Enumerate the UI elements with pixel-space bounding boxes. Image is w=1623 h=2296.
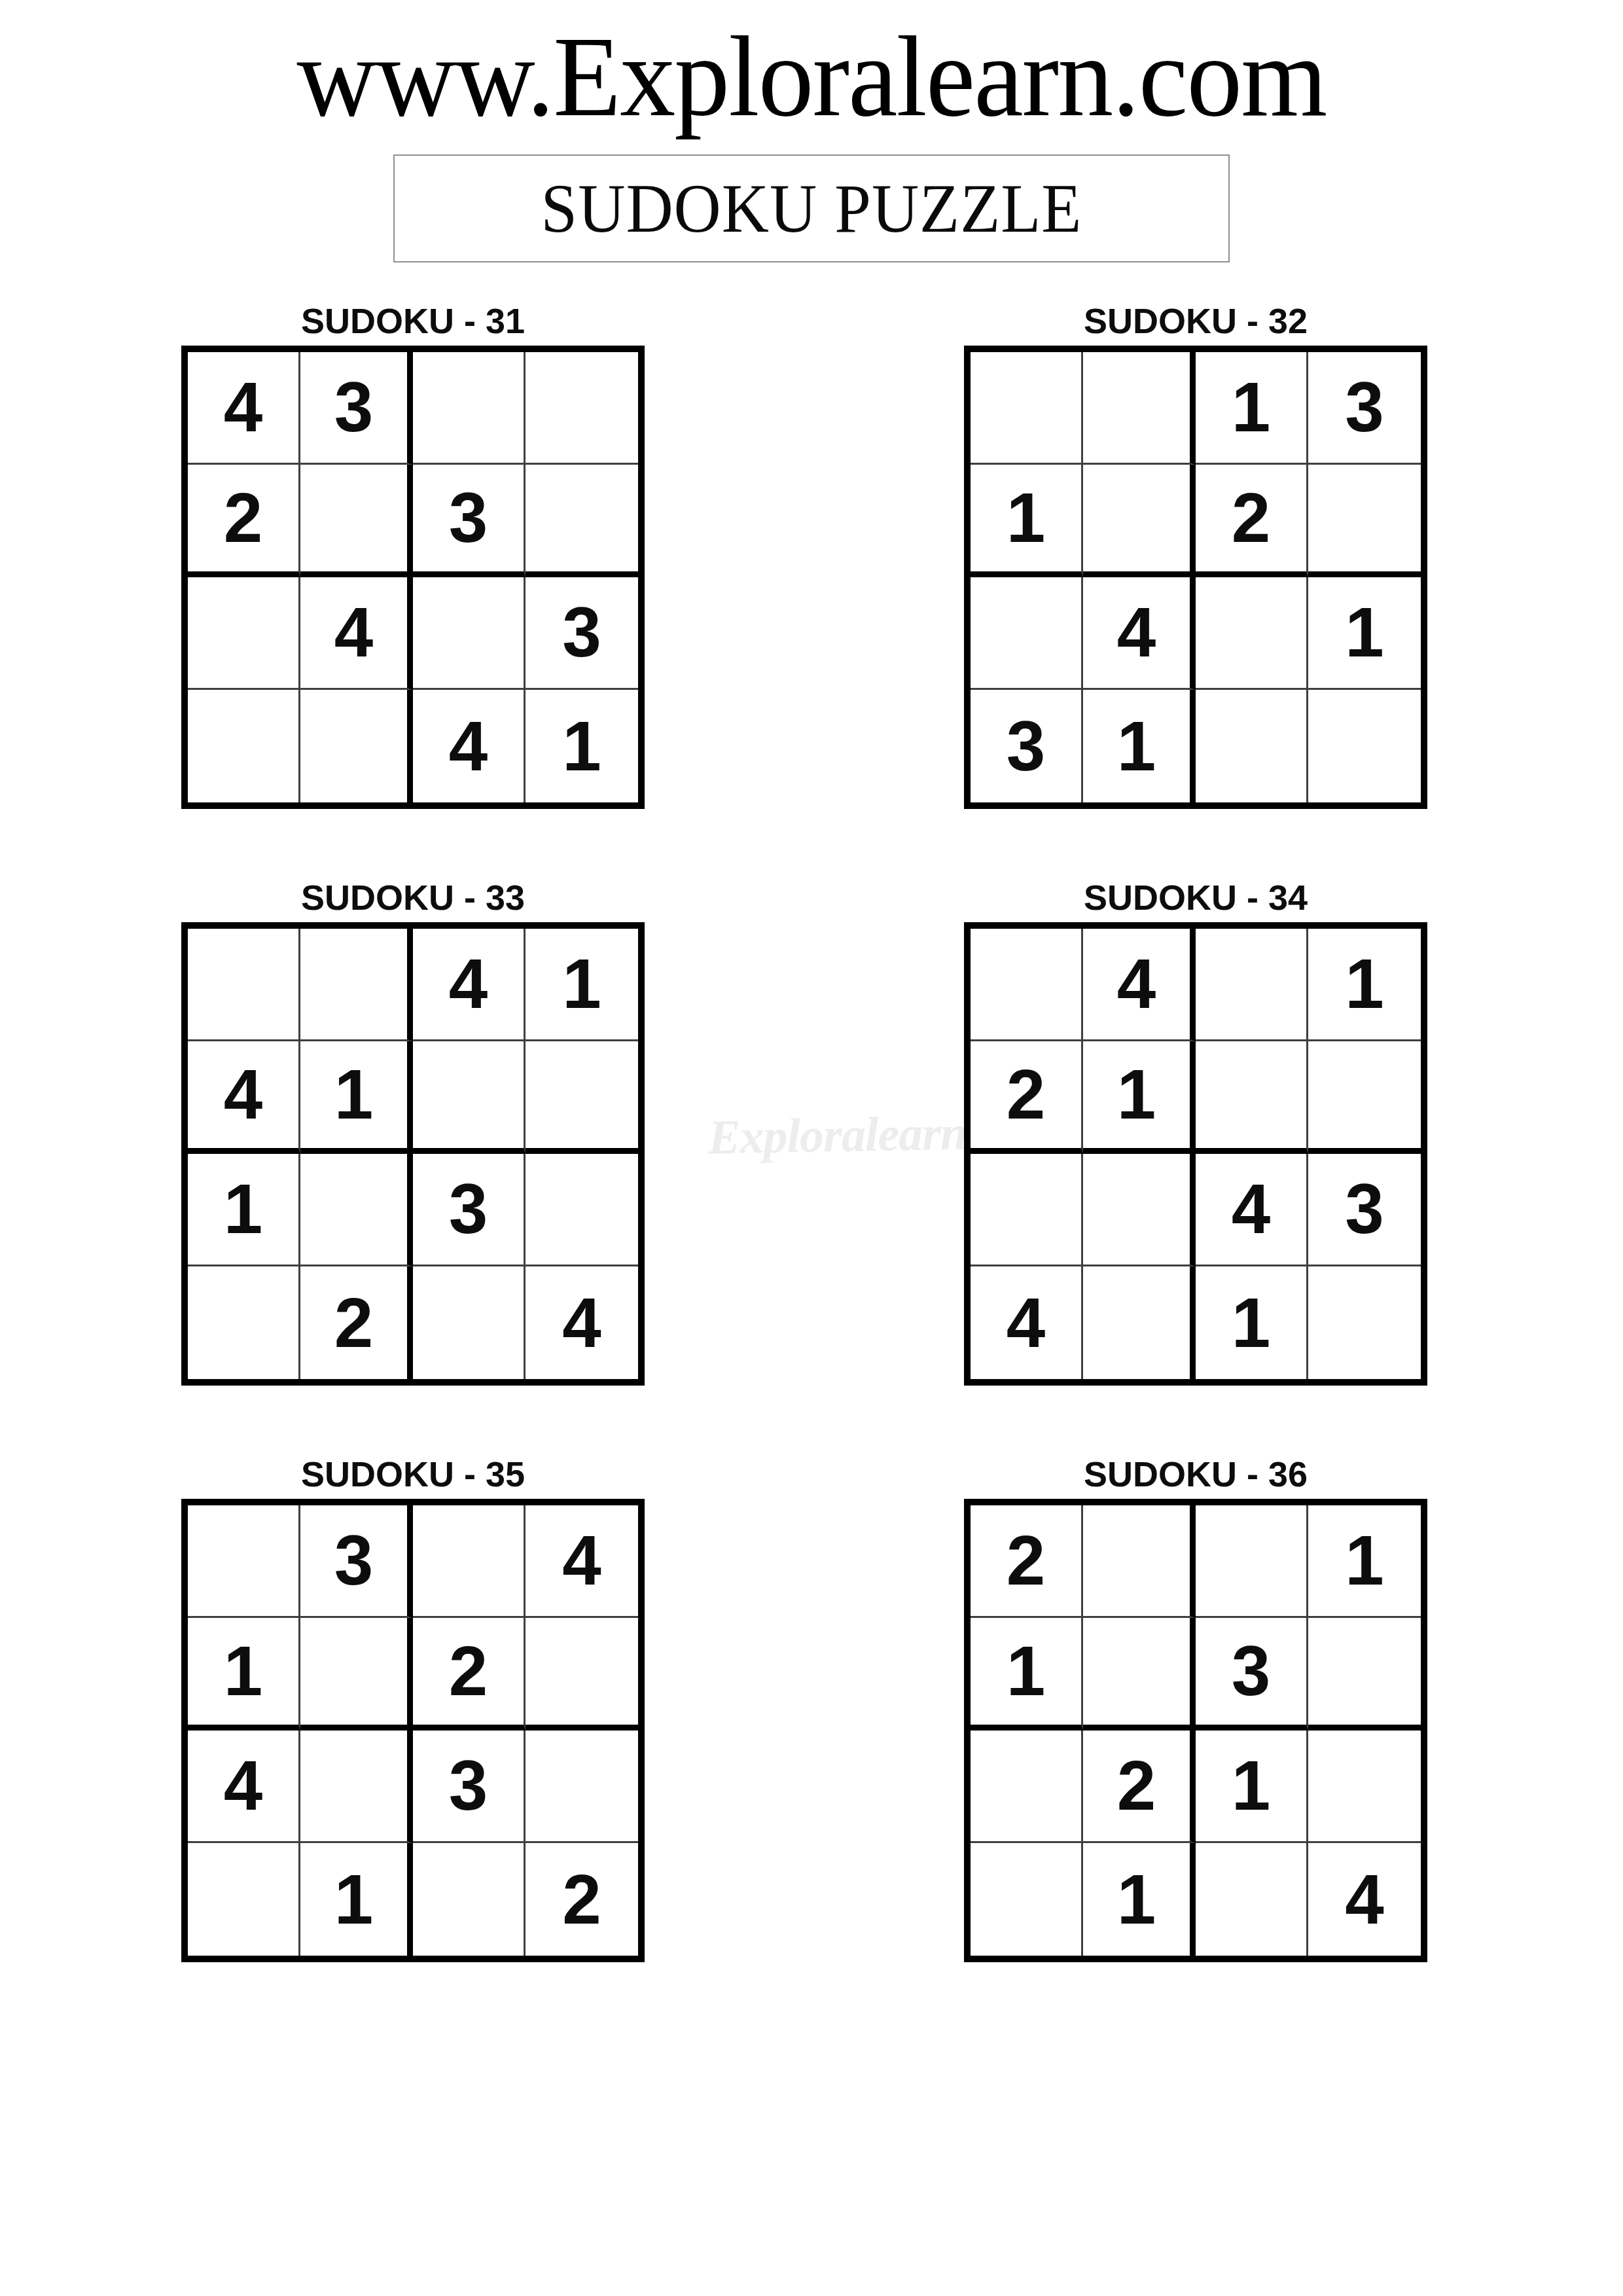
sudoku-board: 21132114 [964, 1499, 1427, 1962]
cell-r3c2: 4 [1083, 577, 1196, 690]
given-digit: 2 [449, 1636, 488, 1706]
given-digit: 1 [1007, 483, 1046, 553]
puzzle-sudoku-34: SUDOKU - 34 41214341 [964, 878, 1427, 1386]
given-digit: 1 [334, 1865, 374, 1935]
puzzle-title: SUDOKU - 31 [181, 302, 645, 340]
given-digit: 3 [334, 1526, 374, 1596]
cell-r3c3: 3 [413, 1154, 526, 1266]
puzzle-sudoku-31: SUDOKU - 31 43234341 [181, 302, 645, 809]
cell-r3c4: 1 [1308, 577, 1421, 690]
puzzle-sudoku-33: SUDOKU - 33 41411324 [181, 878, 645, 1386]
cell-r4c4: 4 [526, 1266, 638, 1379]
given-digit: 1 [562, 949, 601, 1019]
cell-r1c2 [1083, 352, 1196, 465]
cell-r2c2: 1 [300, 1041, 413, 1154]
cell-r4c3 [413, 1266, 526, 1379]
cell-r2c2: 1 [1083, 1041, 1196, 1154]
cell-r4c1 [971, 1843, 1083, 1956]
given-digit: 1 [1232, 1288, 1271, 1358]
cell-r3c3 [413, 577, 526, 690]
cell-r2c4 [1308, 465, 1421, 577]
cell-r1c1 [188, 1505, 300, 1618]
given-digit: 2 [1007, 1060, 1046, 1130]
given-digit: 3 [1345, 372, 1384, 442]
cell-r2c1: 1 [188, 1618, 300, 1731]
cell-r2c3 [1196, 1041, 1308, 1154]
given-digit: 1 [1345, 598, 1384, 668]
cell-r4c4: 1 [526, 690, 638, 802]
given-digit: 3 [449, 1174, 488, 1244]
puzzle-sudoku-36: SUDOKU - 36 21132114 [964, 1455, 1427, 1962]
cell-r2c2 [1083, 1618, 1196, 1731]
cell-r4c2 [1083, 1266, 1196, 1379]
puzzle-sudoku-35: SUDOKU - 35 34124312 [181, 1455, 645, 1962]
given-digit: 2 [1117, 1751, 1156, 1821]
cell-r1c1: 2 [971, 1505, 1083, 1618]
cell-r4c1 [188, 690, 300, 802]
given-digit: 2 [1232, 483, 1271, 553]
cell-r3c3: 4 [1196, 1154, 1308, 1266]
cell-r2c2 [300, 1618, 413, 1731]
cell-r4c2 [300, 690, 413, 802]
cell-r1c3: 1 [1196, 352, 1308, 465]
cell-r3c3 [1196, 577, 1308, 690]
cell-r1c1 [971, 352, 1083, 465]
cell-r2c3: 3 [413, 465, 526, 577]
given-digit: 2 [334, 1288, 374, 1358]
given-digit: 4 [1117, 949, 1156, 1019]
cell-r1c3: 4 [413, 929, 526, 1041]
cell-r4c4: 4 [1308, 1843, 1421, 1956]
puzzle-grid-section: SUDOKU - 31 43234341 SUDOKU - 32 1312413… [0, 302, 1623, 1962]
cell-r3c2 [1083, 1154, 1196, 1266]
cell-r4c3 [413, 1843, 526, 1956]
cell-r2c4 [1308, 1041, 1421, 1154]
cell-r1c2: 3 [300, 1505, 413, 1618]
cell-r4c3 [1196, 690, 1308, 802]
given-digit: 4 [1232, 1174, 1271, 1244]
cell-r3c4 [1308, 1731, 1421, 1843]
cell-r1c2: 4 [1083, 929, 1196, 1041]
sudoku-board: 41411324 [181, 922, 645, 1386]
cell-r4c1: 4 [971, 1266, 1083, 1379]
given-digit: 4 [1117, 598, 1156, 668]
cell-r4c4 [1308, 690, 1421, 802]
cell-r4c2: 1 [1083, 1843, 1196, 1956]
cell-r2c1: 4 [188, 1041, 300, 1154]
puzzle-title: SUDOKU - 36 [964, 1455, 1427, 1493]
worksheet-page: www.Exploralearn.com SUDOKU PUZZLE Explo… [0, 0, 1623, 2296]
cell-r4c3: 4 [413, 690, 526, 802]
cell-r3c1 [971, 1731, 1083, 1843]
puzzle-title: SUDOKU - 35 [181, 1455, 645, 1493]
given-digit: 1 [224, 1174, 263, 1244]
cell-r4c2: 1 [1083, 690, 1196, 802]
page-heading-box: SUDOKU PUZZLE [393, 154, 1230, 262]
given-digit: 4 [334, 598, 374, 668]
given-digit: 4 [1345, 1865, 1384, 1935]
puzzle-sudoku-32: SUDOKU - 32 13124131 [964, 302, 1427, 809]
cell-r4c1 [188, 1843, 300, 1956]
cell-r4c4: 2 [526, 1843, 638, 1956]
given-digit: 1 [1232, 1751, 1271, 1821]
given-digit: 2 [1007, 1526, 1046, 1596]
given-digit: 2 [224, 483, 263, 553]
cell-r2c1: 2 [188, 465, 300, 577]
given-digit: 3 [1007, 711, 1046, 781]
given-digit: 3 [334, 372, 374, 442]
cell-r1c3 [413, 1505, 526, 1618]
cell-r1c4: 1 [526, 929, 638, 1041]
cell-r3c4: 3 [526, 577, 638, 690]
sudoku-board: 43234341 [181, 346, 645, 809]
puzzle-title: SUDOKU - 32 [964, 302, 1427, 340]
puzzle-title: SUDOKU - 34 [964, 878, 1427, 916]
cell-r1c1: 4 [188, 352, 300, 465]
cell-r2c1: 1 [971, 1618, 1083, 1731]
cell-r1c4 [526, 352, 638, 465]
given-digit: 3 [1232, 1636, 1271, 1706]
sudoku-board: 34124312 [181, 1499, 645, 1962]
cell-r3c2: 4 [300, 577, 413, 690]
given-digit: 1 [1117, 1060, 1156, 1130]
given-digit: 1 [1007, 1636, 1046, 1706]
cell-r2c3: 2 [413, 1618, 526, 1731]
given-digit: 1 [1117, 711, 1156, 781]
cell-r2c3: 2 [1196, 465, 1308, 577]
cell-r2c3: 3 [1196, 1618, 1308, 1731]
cell-r1c3 [413, 352, 526, 465]
given-digit: 4 [562, 1288, 601, 1358]
cell-r3c4 [526, 1731, 638, 1843]
sudoku-board: 13124131 [964, 346, 1427, 809]
cell-r3c2 [300, 1154, 413, 1266]
cell-r4c3: 1 [1196, 1266, 1308, 1379]
cell-r1c4: 3 [1308, 352, 1421, 465]
cell-r3c4 [526, 1154, 638, 1266]
cell-r3c3: 3 [413, 1731, 526, 1843]
given-digit: 3 [449, 1751, 488, 1821]
cell-r1c2 [1083, 1505, 1196, 1618]
given-digit: 4 [449, 711, 488, 781]
cell-r1c1 [971, 929, 1083, 1041]
cell-r2c1: 1 [971, 465, 1083, 577]
cell-r3c2: 2 [1083, 1731, 1196, 1843]
cell-r1c1 [188, 929, 300, 1041]
cell-r1c4: 1 [1308, 1505, 1421, 1618]
cell-r3c3: 1 [1196, 1731, 1308, 1843]
cell-r2c1: 2 [971, 1041, 1083, 1154]
cell-r1c2 [300, 929, 413, 1041]
cell-r3c1 [971, 577, 1083, 690]
given-digit: 4 [562, 1526, 601, 1596]
given-digit: 3 [562, 598, 601, 668]
given-digit: 1 [1117, 1865, 1156, 1935]
cell-r1c4: 4 [526, 1505, 638, 1618]
cell-r4c1: 3 [971, 690, 1083, 802]
given-digit: 2 [562, 1865, 601, 1935]
given-digit: 4 [1007, 1288, 1046, 1358]
cell-r1c4: 1 [1308, 929, 1421, 1041]
cell-r4c2: 1 [300, 1843, 413, 1956]
cell-r2c4 [526, 465, 638, 577]
given-digit: 3 [1345, 1174, 1384, 1244]
cell-r2c3 [413, 1041, 526, 1154]
cell-r4c1 [188, 1266, 300, 1379]
sudoku-board: 41214341 [964, 922, 1427, 1386]
cell-r2c2 [300, 465, 413, 577]
given-digit: 1 [224, 1636, 263, 1706]
cell-r3c1: 1 [188, 1154, 300, 1266]
cell-r3c1 [971, 1154, 1083, 1266]
cell-r4c4 [1308, 1266, 1421, 1379]
cell-r1c2: 3 [300, 352, 413, 465]
cell-r1c3 [1196, 1505, 1308, 1618]
cell-r2c4 [526, 1041, 638, 1154]
cell-r3c1: 4 [188, 1731, 300, 1843]
given-digit: 4 [224, 1060, 263, 1130]
given-digit: 1 [1232, 372, 1271, 442]
given-digit: 1 [562, 711, 601, 781]
cell-r3c1 [188, 577, 300, 690]
cell-r2c4 [526, 1618, 638, 1731]
given-digit: 3 [449, 483, 488, 553]
puzzle-title: SUDOKU - 33 [181, 878, 645, 916]
cell-r3c2 [300, 1731, 413, 1843]
cell-r4c2: 2 [300, 1266, 413, 1379]
cell-r3c4: 3 [1308, 1154, 1421, 1266]
site-title: www.Exploralearn.com [0, 0, 1623, 134]
given-digit: 4 [449, 949, 488, 1019]
given-digit: 4 [224, 1751, 263, 1821]
given-digit: 1 [1345, 949, 1384, 1019]
given-digit: 1 [1345, 1526, 1384, 1596]
cell-r2c4 [1308, 1618, 1421, 1731]
page-heading: SUDOKU PUZZLE [541, 169, 1082, 248]
cell-r1c3 [1196, 929, 1308, 1041]
given-digit: 1 [334, 1060, 374, 1130]
cell-r4c3 [1196, 1843, 1308, 1956]
cell-r2c2 [1083, 465, 1196, 577]
given-digit: 4 [224, 372, 263, 442]
